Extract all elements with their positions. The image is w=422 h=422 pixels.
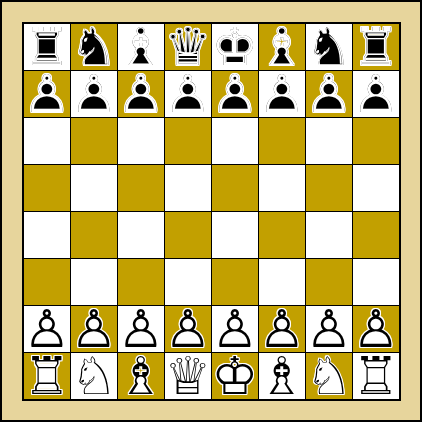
piece-outline-glyph: ♖ — [24, 353, 70, 399]
white-bishop[interactable]: ♝♗ — [259, 353, 305, 399]
square-h6[interactable] — [353, 118, 399, 164]
square-e5[interactable] — [212, 165, 258, 211]
square-a4[interactable] — [24, 212, 70, 258]
square-h7[interactable]: ♟♙ — [353, 71, 399, 117]
piece-outline-glyph: ♖ — [353, 353, 399, 399]
chess-board: ♜♖♞♘♝♗♛♕♚♔♝♗♞♘♜♖♟♙♟♙♟♙♟♙♟♙♟♙♟♙♟♙♟♙♟♙♟♙♟♙… — [22, 22, 401, 401]
square-b1[interactable]: ♞♘ — [71, 353, 117, 399]
piece-outline-glyph: ♙ — [24, 71, 70, 117]
piece-outline-glyph: ♙ — [165, 71, 211, 117]
piece-outline-glyph: ♔ — [212, 353, 258, 399]
square-d5[interactable] — [165, 165, 211, 211]
piece-outline-glyph: ♘ — [306, 353, 352, 399]
square-b7[interactable]: ♟♙ — [71, 71, 117, 117]
board-frame: ♜♖♞♘♝♗♛♕♚♔♝♗♞♘♜♖♟♙♟♙♟♙♟♙♟♙♟♙♟♙♟♙♟♙♟♙♟♙♟♙… — [0, 0, 422, 422]
square-g5[interactable] — [306, 165, 352, 211]
square-b6[interactable] — [71, 118, 117, 164]
white-knight[interactable]: ♞♘ — [71, 353, 117, 399]
black-pawn[interactable]: ♟♙ — [71, 71, 117, 117]
square-c6[interactable] — [118, 118, 164, 164]
black-pawn[interactable]: ♟♙ — [118, 71, 164, 117]
black-pawn[interactable]: ♟♙ — [212, 71, 258, 117]
square-e6[interactable] — [212, 118, 258, 164]
square-g6[interactable] — [306, 118, 352, 164]
square-f1[interactable]: ♝♗ — [259, 353, 305, 399]
piece-outline-glyph: ♙ — [71, 71, 117, 117]
square-a1[interactable]: ♜♖ — [24, 353, 70, 399]
piece-outline-glyph: ♙ — [259, 71, 305, 117]
square-b5[interactable] — [71, 165, 117, 211]
square-a6[interactable] — [24, 118, 70, 164]
square-f5[interactable] — [259, 165, 305, 211]
piece-outline-glyph: ♙ — [306, 71, 352, 117]
square-h4[interactable] — [353, 212, 399, 258]
square-f7[interactable]: ♟♙ — [259, 71, 305, 117]
piece-outline-glyph: ♕ — [165, 353, 211, 399]
piece-outline-glyph: ♗ — [118, 353, 164, 399]
white-rook[interactable]: ♜♖ — [353, 353, 399, 399]
black-pawn[interactable]: ♟♙ — [259, 71, 305, 117]
square-c1[interactable]: ♝♗ — [118, 353, 164, 399]
piece-outline-glyph: ♙ — [118, 71, 164, 117]
black-pawn[interactable]: ♟♙ — [24, 71, 70, 117]
black-pawn[interactable]: ♟♙ — [306, 71, 352, 117]
piece-outline-glyph: ♘ — [71, 353, 117, 399]
piece-outline-glyph: ♙ — [353, 71, 399, 117]
square-b4[interactable] — [71, 212, 117, 258]
square-d4[interactable] — [165, 212, 211, 258]
square-c5[interactable] — [118, 165, 164, 211]
black-pawn[interactable]: ♟♙ — [353, 71, 399, 117]
square-h1[interactable]: ♜♖ — [353, 353, 399, 399]
white-king[interactable]: ♚♔ — [212, 353, 258, 399]
square-c4[interactable] — [118, 212, 164, 258]
square-g1[interactable]: ♞♘ — [306, 353, 352, 399]
square-d7[interactable]: ♟♙ — [165, 71, 211, 117]
square-a5[interactable] — [24, 165, 70, 211]
square-h5[interactable] — [353, 165, 399, 211]
square-g7[interactable]: ♟♙ — [306, 71, 352, 117]
white-queen[interactable]: ♛♕ — [165, 353, 211, 399]
square-g4[interactable] — [306, 212, 352, 258]
black-pawn[interactable]: ♟♙ — [165, 71, 211, 117]
square-d6[interactable] — [165, 118, 211, 164]
white-rook[interactable]: ♜♖ — [24, 353, 70, 399]
piece-outline-glyph: ♙ — [212, 71, 258, 117]
white-knight[interactable]: ♞♘ — [306, 353, 352, 399]
square-d1[interactable]: ♛♕ — [165, 353, 211, 399]
square-f4[interactable] — [259, 212, 305, 258]
square-e1[interactable]: ♚♔ — [212, 353, 258, 399]
white-bishop[interactable]: ♝♗ — [118, 353, 164, 399]
piece-outline-glyph: ♗ — [259, 353, 305, 399]
square-e7[interactable]: ♟♙ — [212, 71, 258, 117]
square-a7[interactable]: ♟♙ — [24, 71, 70, 117]
square-f6[interactable] — [259, 118, 305, 164]
square-e4[interactable] — [212, 212, 258, 258]
square-c7[interactable]: ♟♙ — [118, 71, 164, 117]
